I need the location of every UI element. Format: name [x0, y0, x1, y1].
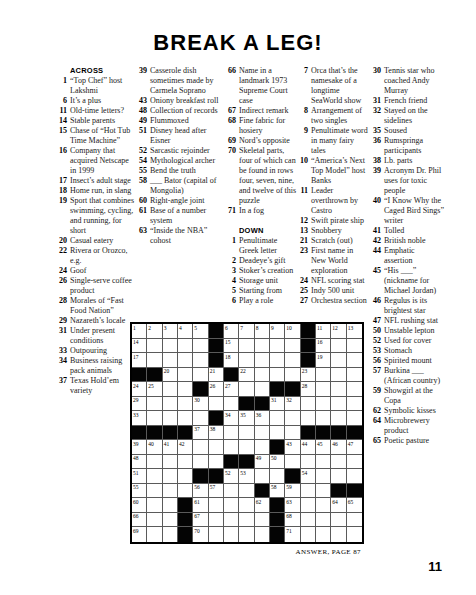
- grid-cell[interactable]: [285, 411, 300, 426]
- grid-cell[interactable]: [209, 513, 224, 528]
- cell-number: 9: [271, 325, 274, 331]
- clue-number: 21: [296, 236, 311, 246]
- grid-cell[interactable]: [239, 339, 254, 354]
- grid-cell[interactable]: [331, 411, 346, 426]
- grid-cell[interactable]: 48: [132, 455, 147, 470]
- clue-number: 46: [369, 296, 384, 316]
- grid-cell[interactable]: 22: [239, 368, 254, 383]
- clue-number: 1: [224, 236, 239, 256]
- grid-cell[interactable]: 25: [147, 382, 162, 397]
- clue-number: 44: [369, 246, 384, 266]
- clue-number: 54: [135, 156, 150, 166]
- clue-number: 53: [369, 346, 384, 356]
- grid-cell[interactable]: [147, 411, 162, 426]
- grid-cell[interactable]: 59: [285, 484, 300, 499]
- cell-number: 41: [164, 441, 170, 447]
- grid-cell[interactable]: [331, 455, 346, 470]
- grid-cell[interactable]: 64: [331, 498, 346, 513]
- grid-cell[interactable]: [147, 513, 162, 528]
- grid-cell[interactable]: [316, 411, 331, 426]
- grid-cell[interactable]: [255, 368, 270, 383]
- grid-cell[interactable]: 57: [209, 484, 224, 499]
- clue-text: Arrangement of two singles: [311, 106, 369, 126]
- grid-cell[interactable]: [347, 411, 362, 426]
- grid-cell[interactable]: 16: [316, 339, 331, 354]
- grid-cell[interactable]: 27: [224, 382, 239, 397]
- grid-cell[interactable]: 37: [193, 426, 208, 441]
- clue-text: Right-angle joint: [150, 196, 223, 206]
- cell-number: 34: [225, 412, 231, 418]
- cell-number: 31: [271, 397, 277, 403]
- clue-item: 14Stable parents: [55, 116, 134, 126]
- cell-number: 57: [210, 484, 216, 490]
- grid-cell[interactable]: 58: [270, 484, 285, 499]
- cell-number: 53: [240, 470, 246, 476]
- grid-cell[interactable]: [285, 455, 300, 470]
- grid-cell-black: [209, 353, 224, 368]
- cell-number: 30: [194, 397, 200, 403]
- cell-number: 4: [179, 325, 182, 331]
- grid-cell[interactable]: [301, 527, 316, 542]
- grid-cell[interactable]: 6: [224, 324, 239, 339]
- grid-cell[interactable]: [316, 527, 331, 542]
- grid-cell[interactable]: [255, 382, 270, 397]
- grid-cell[interactable]: [285, 368, 300, 383]
- clue-text: Mythological archer: [150, 156, 223, 166]
- grid-cell[interactable]: 19: [316, 353, 331, 368]
- clue-item: 66Name in a landmark 1973 Supreme Court …: [224, 66, 297, 106]
- cell-number: 35: [240, 412, 246, 418]
- grid-cell[interactable]: [301, 397, 316, 412]
- grid-cell[interactable]: 53: [239, 469, 254, 484]
- grid-cell[interactable]: [255, 469, 270, 484]
- grid-cell[interactable]: [163, 411, 178, 426]
- clue-text: Spirited mount: [384, 356, 444, 366]
- grid-cell[interactable]: [316, 498, 331, 513]
- grid-cell[interactable]: 42: [178, 440, 193, 455]
- grid-cell-black: [132, 368, 147, 383]
- grid-cell[interactable]: [163, 353, 178, 368]
- grid-cell[interactable]: [147, 455, 162, 470]
- clue-item: 35Soused: [369, 126, 444, 136]
- grid-cell[interactable]: [147, 469, 162, 484]
- grid-cell[interactable]: 49: [255, 455, 270, 470]
- clue-column-2: 39Casserole dish sometimes made by Carme…: [135, 66, 223, 246]
- grid-cell[interactable]: [163, 513, 178, 528]
- grid-cell[interactable]: [331, 527, 346, 542]
- grid-cell[interactable]: 56: [193, 484, 208, 499]
- clue-number: 63: [135, 226, 150, 246]
- clue-item: 39Casserole dish sometimes made by Carme…: [135, 66, 223, 96]
- grid-cell[interactable]: [147, 527, 162, 542]
- clue-text: Swift pirate ship: [311, 216, 369, 226]
- grid-cell[interactable]: [285, 426, 300, 441]
- cell-number: 20: [164, 368, 170, 374]
- grid-cell[interactable]: [224, 498, 239, 513]
- grid-cell[interactable]: [193, 455, 208, 470]
- grid-cell[interactable]: [347, 397, 362, 412]
- grid-cell[interactable]: [347, 382, 362, 397]
- cell-number: 40: [148, 441, 154, 447]
- clue-text: Starting from: [239, 286, 297, 296]
- grid-cell[interactable]: 8: [255, 324, 270, 339]
- clue-item: 24NFL scoring stat: [296, 276, 369, 286]
- grid-cell[interactable]: 10: [285, 324, 300, 339]
- grid-cell[interactable]: 15: [224, 339, 239, 354]
- grid-cell[interactable]: [270, 411, 285, 426]
- grid-cell[interactable]: [270, 426, 285, 441]
- cell-number: 23: [302, 368, 308, 374]
- grid-cell[interactable]: [285, 353, 300, 368]
- grid-cell[interactable]: [224, 426, 239, 441]
- cell-number: 27: [225, 383, 231, 389]
- grid-cell[interactable]: [347, 455, 362, 470]
- clue-column-4: 7Orca that’s the namesake of a longtime …: [296, 66, 369, 306]
- grid-cell[interactable]: [301, 513, 316, 528]
- clue-number: 48: [135, 106, 150, 116]
- grid-cell[interactable]: [347, 368, 362, 383]
- cell-number: 58: [271, 484, 277, 490]
- grid-cell[interactable]: [147, 353, 162, 368]
- grid-cell[interactable]: [178, 353, 193, 368]
- grid-cell[interactable]: 41: [163, 440, 178, 455]
- grid-cell-black: [193, 469, 208, 484]
- grid-cell[interactable]: [239, 527, 254, 542]
- grid-cell[interactable]: [193, 353, 208, 368]
- grid-cell[interactable]: 38: [209, 426, 224, 441]
- grid-cell[interactable]: [209, 455, 224, 470]
- clue-text: NFL scoring stat: [311, 276, 369, 286]
- grid-cell[interactable]: 1: [132, 324, 147, 339]
- grid-cell[interactable]: [331, 339, 346, 354]
- clue-text: Acronym Dr. Phil uses for toxic people: [384, 166, 444, 196]
- clue-item: 31Under present conditions: [55, 326, 134, 346]
- clue-item: 1“Top Chef” host Lakshmi: [55, 76, 134, 96]
- grid-cell[interactable]: [178, 339, 193, 354]
- grid-cell[interactable]: [147, 484, 162, 499]
- clue-item: 15Chase of “Hot Tub Time Machine”: [55, 126, 134, 146]
- clue-item: 50Unstable lepton: [369, 326, 444, 336]
- grid-cell[interactable]: 4: [178, 324, 193, 339]
- grid-cell[interactable]: 29: [132, 397, 147, 412]
- clue-text: Sarcastic rejoinder: [150, 146, 223, 156]
- grid-cell[interactable]: [147, 498, 162, 513]
- grid-cell[interactable]: 9: [270, 324, 285, 339]
- grid-cell[interactable]: [331, 382, 346, 397]
- grid-cell[interactable]: 17: [132, 353, 147, 368]
- grid-cell[interactable]: [255, 513, 270, 528]
- clue-item: 26Single-serve coffee product: [55, 276, 134, 296]
- clue-number: 42: [369, 236, 384, 246]
- clue-item: 58___ Bator (capital of Mongolia): [135, 176, 223, 196]
- clue-item: 44Emphatic assertion: [369, 246, 444, 266]
- grid-cell[interactable]: [163, 339, 178, 354]
- grid-cell[interactable]: 26: [209, 382, 224, 397]
- grid-cell[interactable]: [239, 426, 254, 441]
- clue-number: 29: [55, 316, 70, 326]
- clue-number: 13: [296, 226, 311, 236]
- grid-cell[interactable]: [163, 527, 178, 542]
- grid-cell[interactable]: [331, 353, 346, 368]
- clue-item: 5Starting from: [224, 286, 297, 296]
- cell-number: 71: [286, 528, 292, 534]
- grid-cell[interactable]: [347, 527, 362, 542]
- grid-cell[interactable]: 7: [239, 324, 254, 339]
- answer-note: ANSWER, PAGE 87: [130, 548, 361, 556]
- clue-text: Indy 500 unit: [311, 286, 369, 296]
- grid-cell[interactable]: 30: [193, 397, 208, 412]
- clue-item: 62Symbolic kisses: [369, 406, 444, 416]
- grid-cell[interactable]: 3: [163, 324, 178, 339]
- grid-cell[interactable]: 50: [270, 455, 285, 470]
- grid-cell[interactable]: 32: [285, 397, 300, 412]
- clue-number: 27: [296, 296, 311, 306]
- grid-cell[interactable]: [209, 397, 224, 412]
- clue-number: 28: [55, 296, 70, 316]
- grid-cell[interactable]: 70: [193, 527, 208, 542]
- grid-cell[interactable]: 43: [285, 440, 300, 455]
- grid-cell[interactable]: [316, 368, 331, 383]
- grid-cell[interactable]: 36: [255, 411, 270, 426]
- grid-cell[interactable]: [178, 411, 193, 426]
- grid-cell[interactable]: [347, 469, 362, 484]
- grid-cell-black: [209, 324, 224, 339]
- grid-cell[interactable]: 65: [347, 498, 362, 513]
- grid-cell[interactable]: [316, 397, 331, 412]
- grid-cell[interactable]: 35: [239, 411, 254, 426]
- clue-item: 6Play a role: [224, 296, 297, 306]
- page-number: 11: [418, 559, 452, 574]
- clue-item: 41Tolled: [369, 226, 444, 236]
- grid-cell[interactable]: 67: [193, 513, 208, 528]
- clue-item: 69Nord’s opposite: [224, 136, 297, 146]
- grid-cell[interactable]: [224, 397, 239, 412]
- grid-cell[interactable]: 69: [132, 527, 147, 542]
- grid-cell[interactable]: [178, 484, 193, 499]
- grid-cell[interactable]: [224, 440, 239, 455]
- clue-item: 20Casual eatery: [55, 236, 134, 246]
- grid-cell[interactable]: 12: [331, 324, 346, 339]
- grid-cell[interactable]: 71: [285, 527, 300, 542]
- grid-cell[interactable]: [239, 513, 254, 528]
- clue-text: Deadeye’s gift: [239, 256, 297, 266]
- grid-cell[interactable]: 23: [301, 368, 316, 383]
- grid-cell[interactable]: [270, 469, 285, 484]
- clue-number: 38: [369, 156, 384, 166]
- grid-cell[interactable]: [270, 339, 285, 354]
- grid-cell[interactable]: [193, 339, 208, 354]
- grid-cell[interactable]: [178, 455, 193, 470]
- grid-cell[interactable]: 66: [132, 513, 147, 528]
- clue-text: Poetic pasture: [384, 436, 444, 446]
- grid-cell[interactable]: [316, 469, 331, 484]
- grid-cell[interactable]: [255, 426, 270, 441]
- grid-cell[interactable]: 20: [163, 368, 178, 383]
- grid-cell[interactable]: 39: [132, 440, 147, 455]
- grid-cell[interactable]: [209, 440, 224, 455]
- grid-cell[interactable]: [178, 382, 193, 397]
- grid-cell[interactable]: [239, 353, 254, 368]
- clue-item: 3Stoker’s creation: [224, 266, 297, 276]
- clue-number: 11: [296, 186, 311, 216]
- cell-number: 36: [256, 412, 262, 418]
- grid-cell[interactable]: 62: [255, 498, 270, 513]
- grid-cell[interactable]: 46: [331, 440, 346, 455]
- cell-number: 70: [194, 528, 200, 534]
- clue-item: 9Penultimate word in many fairy tales: [296, 126, 369, 156]
- grid-cell[interactable]: [316, 455, 331, 470]
- grid-cell[interactable]: 18: [224, 353, 239, 368]
- grid-cell[interactable]: [193, 440, 208, 455]
- grid-cell[interactable]: 45: [316, 440, 331, 455]
- clue-text: Fine fabric for hosiery: [239, 116, 297, 136]
- grid-cell[interactable]: 21: [209, 368, 224, 383]
- grid-cell[interactable]: [193, 368, 208, 383]
- grid-cell[interactable]: 24: [132, 382, 147, 397]
- grid-cell[interactable]: [316, 484, 331, 499]
- grid-cell[interactable]: [224, 527, 239, 542]
- grid-cell[interactable]: [163, 498, 178, 513]
- grid-cell-black: [178, 426, 193, 441]
- clue-text: Stoker’s creation: [239, 266, 297, 276]
- grid-cell[interactable]: [224, 484, 239, 499]
- grid-cell[interactable]: 31: [270, 397, 285, 412]
- grid-cell[interactable]: 44: [301, 440, 316, 455]
- grid-cell[interactable]: 40: [147, 440, 162, 455]
- grid-cell[interactable]: 34: [224, 411, 239, 426]
- clue-text: Used for cover: [384, 336, 444, 346]
- grid-cell[interactable]: [239, 382, 254, 397]
- grid-cell[interactable]: [255, 527, 270, 542]
- clue-number: 25: [296, 286, 311, 296]
- crossword-grid: 1234567891011121314151617181920212223242…: [130, 322, 364, 544]
- clue-number: 58: [135, 176, 150, 196]
- grid-cell[interactable]: 47: [347, 440, 362, 455]
- cell-number: 43: [286, 441, 292, 447]
- grid-cell-black: [147, 426, 162, 441]
- grid-cell[interactable]: [347, 353, 362, 368]
- grid-cell[interactable]: [209, 498, 224, 513]
- grid-cell[interactable]: [285, 339, 300, 354]
- grid-cell[interactable]: [178, 469, 193, 484]
- grid-cell[interactable]: [163, 484, 178, 499]
- grid-cell[interactable]: 14: [132, 339, 147, 354]
- grid-cell[interactable]: [255, 339, 270, 354]
- grid-cell[interactable]: [301, 411, 316, 426]
- clue-number: 11: [55, 106, 70, 116]
- grid-cell[interactable]: [163, 397, 178, 412]
- grid-cell[interactable]: [270, 353, 285, 368]
- grid-cell[interactable]: [316, 513, 331, 528]
- grid-cell-black: [193, 382, 208, 397]
- grid-cell[interactable]: 52: [224, 469, 239, 484]
- clue-item: 51Disney head after Eisner: [135, 126, 223, 146]
- grid-cell[interactable]: 33: [132, 411, 147, 426]
- grid-cell[interactable]: [239, 440, 254, 455]
- clue-number: 39: [135, 66, 150, 96]
- grid-cell[interactable]: 54: [301, 469, 316, 484]
- grid-cell[interactable]: [301, 484, 316, 499]
- cell-number: 38: [210, 426, 216, 432]
- clue-number: 34: [55, 356, 70, 376]
- grid-cell[interactable]: [331, 513, 346, 528]
- cell-number: 67: [194, 513, 200, 519]
- grid-cell[interactable]: [301, 498, 316, 513]
- grid-cell-black: [255, 484, 270, 499]
- cell-number: 56: [194, 484, 200, 490]
- clue-number: 37: [55, 376, 70, 396]
- clue-item: 4Storage unit: [224, 276, 297, 286]
- grid-cell[interactable]: 5: [193, 324, 208, 339]
- clue-text: Regulus is its brightest star: [384, 296, 444, 316]
- clue-item: 1Penultimate Greek letter: [224, 236, 297, 256]
- cell-number: 45: [317, 441, 323, 447]
- grid-cell[interactable]: [193, 411, 208, 426]
- grid-cell[interactable]: 61: [193, 498, 208, 513]
- grid-cell[interactable]: 2: [147, 324, 162, 339]
- grid-cell[interactable]: [178, 368, 193, 383]
- grid-cell[interactable]: [239, 484, 254, 499]
- clue-number: 10: [296, 156, 311, 186]
- grid-cell[interactable]: [147, 397, 162, 412]
- clue-number: 49: [135, 116, 150, 126]
- grid-cell[interactable]: [163, 469, 178, 484]
- clue-text: Bend the truth: [150, 166, 223, 176]
- grid-cell[interactable]: [316, 382, 331, 397]
- clue-text: Stomach: [384, 346, 444, 356]
- grid-cell[interactable]: 63: [285, 498, 300, 513]
- grid-cell[interactable]: [239, 498, 254, 513]
- clue-text: Scratch (out): [311, 236, 369, 246]
- grid-cell[interactable]: [178, 397, 193, 412]
- grid-cell[interactable]: 68: [285, 513, 300, 528]
- grid-cell[interactable]: [255, 353, 270, 368]
- grid-cell-black: [301, 353, 316, 368]
- grid-cell[interactable]: [331, 397, 346, 412]
- grid-cell[interactable]: [147, 339, 162, 354]
- clue-number: 30: [369, 66, 384, 96]
- grid-cell[interactable]: [331, 368, 346, 383]
- grid-cell-black: [178, 527, 193, 542]
- grid-cell[interactable]: [347, 339, 362, 354]
- cell-number: 19: [317, 354, 323, 360]
- grid-cell[interactable]: [331, 469, 346, 484]
- grid-cell[interactable]: [270, 368, 285, 383]
- grid-cell[interactable]: [209, 527, 224, 542]
- grid-cell[interactable]: [255, 440, 270, 455]
- grid-cell[interactable]: [224, 513, 239, 528]
- grid-cell[interactable]: 28: [301, 382, 316, 397]
- grid-cell-black: [209, 339, 224, 354]
- clue-text: Storage unit: [239, 276, 297, 286]
- grid-cell[interactable]: 60: [132, 498, 147, 513]
- grid-cell[interactable]: 11: [316, 324, 331, 339]
- grid-cell[interactable]: [163, 455, 178, 470]
- clue-number: 6: [55, 96, 70, 106]
- grid-cell[interactable]: [163, 382, 178, 397]
- grid-cell-black: [178, 498, 193, 513]
- grid-cell[interactable]: 51: [132, 469, 147, 484]
- grid-cell[interactable]: 13: [347, 324, 362, 339]
- grid-cell[interactable]: [301, 455, 316, 470]
- grid-cell[interactable]: [347, 513, 362, 528]
- clue-item: 32Stayed on the sidelines: [369, 106, 444, 126]
- clue-number: 14: [55, 116, 70, 126]
- clue-number: 39: [369, 166, 384, 196]
- cell-number: 60: [133, 499, 139, 505]
- clue-number: 6: [224, 296, 239, 306]
- grid-cell[interactable]: 55: [132, 484, 147, 499]
